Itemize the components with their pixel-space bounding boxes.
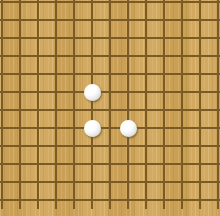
board-point[interactable] xyxy=(65,155,83,173)
board-point[interactable] xyxy=(155,173,173,191)
board-point[interactable] xyxy=(173,173,191,191)
board-point[interactable] xyxy=(83,191,101,209)
board-point[interactable] xyxy=(11,47,29,65)
board-point[interactable] xyxy=(29,119,47,137)
board-point[interactable] xyxy=(83,11,101,29)
board-point[interactable] xyxy=(65,191,83,209)
board-point[interactable] xyxy=(65,11,83,29)
board-point[interactable] xyxy=(0,83,11,101)
board-point[interactable] xyxy=(83,155,101,173)
board-point[interactable] xyxy=(173,101,191,119)
board-point[interactable] xyxy=(209,101,220,119)
board-point[interactable] xyxy=(119,29,137,47)
board-point[interactable] xyxy=(47,0,65,11)
board-point[interactable] xyxy=(173,65,191,83)
board-point[interactable] xyxy=(119,191,137,209)
board-point[interactable] xyxy=(83,0,101,11)
board-point[interactable] xyxy=(101,155,119,173)
board-point[interactable] xyxy=(0,119,11,137)
board-point[interactable] xyxy=(173,83,191,101)
board-point[interactable] xyxy=(11,29,29,47)
board-point[interactable] xyxy=(191,191,209,209)
board-point[interactable] xyxy=(11,65,29,83)
board-point[interactable] xyxy=(173,119,191,137)
board-point[interactable] xyxy=(101,0,119,11)
board-point[interactable] xyxy=(83,119,101,137)
board-point[interactable] xyxy=(191,29,209,47)
board-point[interactable] xyxy=(137,119,155,137)
board-point[interactable] xyxy=(155,29,173,47)
board-point[interactable] xyxy=(29,137,47,155)
board-point[interactable] xyxy=(47,137,65,155)
board-point[interactable] xyxy=(29,0,47,11)
board-point[interactable] xyxy=(47,47,65,65)
board-point[interactable] xyxy=(83,65,101,83)
board-point[interactable] xyxy=(47,191,65,209)
board-point[interactable] xyxy=(137,65,155,83)
board-point[interactable] xyxy=(0,137,11,155)
board-point[interactable] xyxy=(173,0,191,11)
board-point[interactable] xyxy=(137,101,155,119)
board-point[interactable] xyxy=(29,29,47,47)
board-point[interactable] xyxy=(0,47,11,65)
board-point[interactable] xyxy=(155,155,173,173)
board-point[interactable] xyxy=(29,155,47,173)
board-point[interactable] xyxy=(155,83,173,101)
board-point[interactable] xyxy=(47,65,65,83)
board-point[interactable] xyxy=(137,83,155,101)
board-point[interactable] xyxy=(47,11,65,29)
board-point[interactable] xyxy=(137,191,155,209)
white-stone xyxy=(84,120,101,137)
board-point[interactable] xyxy=(11,191,29,209)
go-board xyxy=(0,0,220,216)
board-point[interactable] xyxy=(137,0,155,11)
board-point[interactable] xyxy=(47,155,65,173)
board-point[interactable] xyxy=(29,83,47,101)
board-point[interactable] xyxy=(65,65,83,83)
board-point[interactable] xyxy=(11,83,29,101)
board-point[interactable] xyxy=(29,47,47,65)
board-point[interactable] xyxy=(119,119,137,137)
board-point[interactable] xyxy=(119,47,137,65)
board-point[interactable] xyxy=(65,29,83,47)
board-point[interactable] xyxy=(173,29,191,47)
board-point[interactable] xyxy=(65,137,83,155)
board-point[interactable] xyxy=(119,155,137,173)
board-point[interactable] xyxy=(191,155,209,173)
board-point[interactable] xyxy=(101,119,119,137)
board-point[interactable] xyxy=(155,47,173,65)
board-point[interactable] xyxy=(101,191,119,209)
board-point[interactable] xyxy=(47,83,65,101)
board-point[interactable] xyxy=(173,47,191,65)
board-point[interactable] xyxy=(191,83,209,101)
board-point[interactable] xyxy=(83,101,101,119)
board-point[interactable] xyxy=(0,11,11,29)
board-point[interactable] xyxy=(173,155,191,173)
board-point[interactable] xyxy=(11,155,29,173)
board-point[interactable] xyxy=(65,83,83,101)
board-point[interactable] xyxy=(0,65,11,83)
board-point[interactable] xyxy=(209,83,220,101)
board-point[interactable] xyxy=(209,65,220,83)
board-point[interactable] xyxy=(119,137,137,155)
board-point[interactable] xyxy=(119,0,137,11)
board-point[interactable] xyxy=(47,119,65,137)
board-point[interactable] xyxy=(29,11,47,29)
board-point[interactable] xyxy=(65,173,83,191)
board-point[interactable] xyxy=(101,101,119,119)
board-point[interactable] xyxy=(191,47,209,65)
board-point[interactable] xyxy=(11,173,29,191)
board-point[interactable] xyxy=(191,137,209,155)
board-point[interactable] xyxy=(83,137,101,155)
board-point[interactable] xyxy=(209,29,220,47)
board-point[interactable] xyxy=(83,47,101,65)
board-point[interactable] xyxy=(47,173,65,191)
board-point[interactable] xyxy=(155,11,173,29)
board-point[interactable] xyxy=(137,155,155,173)
board-point[interactable] xyxy=(155,191,173,209)
board-point[interactable] xyxy=(119,83,137,101)
board-point[interactable] xyxy=(209,155,220,173)
board-point[interactable] xyxy=(191,65,209,83)
board-point[interactable] xyxy=(0,0,11,11)
board-point[interactable] xyxy=(65,47,83,65)
white-stone xyxy=(84,84,101,101)
board-point[interactable] xyxy=(47,101,65,119)
board-point[interactable] xyxy=(11,0,29,11)
board-point[interactable] xyxy=(209,119,220,137)
board-point[interactable] xyxy=(83,83,101,101)
board-point[interactable] xyxy=(83,173,101,191)
board-point[interactable] xyxy=(0,155,11,173)
board-point[interactable] xyxy=(191,0,209,11)
board-point[interactable] xyxy=(209,11,220,29)
board-point[interactable] xyxy=(101,11,119,29)
board-point[interactable] xyxy=(29,65,47,83)
board-point[interactable] xyxy=(101,173,119,191)
board-point[interactable] xyxy=(101,83,119,101)
board-point[interactable] xyxy=(0,191,11,209)
board-point[interactable] xyxy=(155,65,173,83)
board-point[interactable] xyxy=(65,101,83,119)
board-point[interactable] xyxy=(137,11,155,29)
board-point[interactable] xyxy=(173,137,191,155)
board-point[interactable] xyxy=(119,65,137,83)
board-point[interactable] xyxy=(173,191,191,209)
board-point[interactable] xyxy=(155,0,173,11)
board-point[interactable] xyxy=(101,65,119,83)
board-point[interactable] xyxy=(209,137,220,155)
board-point[interactable] xyxy=(137,29,155,47)
go-board-grid xyxy=(0,0,220,209)
board-point[interactable] xyxy=(11,11,29,29)
board-point[interactable] xyxy=(65,0,83,11)
board-point[interactable] xyxy=(119,11,137,29)
board-point[interactable] xyxy=(0,29,11,47)
board-point[interactable] xyxy=(11,119,29,137)
board-point[interactable] xyxy=(101,137,119,155)
board-point[interactable] xyxy=(119,173,137,191)
board-point[interactable] xyxy=(83,29,101,47)
board-point[interactable] xyxy=(191,173,209,191)
board-point[interactable] xyxy=(137,173,155,191)
board-point[interactable] xyxy=(137,47,155,65)
board-point[interactable] xyxy=(11,101,29,119)
board-point[interactable] xyxy=(0,101,11,119)
board-point[interactable] xyxy=(29,191,47,209)
board-point[interactable] xyxy=(191,11,209,29)
board-point[interactable] xyxy=(209,0,220,11)
board-point[interactable] xyxy=(155,101,173,119)
board-point[interactable] xyxy=(191,101,209,119)
white-stone xyxy=(120,120,137,137)
board-point[interactable] xyxy=(137,137,155,155)
board-point[interactable] xyxy=(101,29,119,47)
board-point[interactable] xyxy=(11,137,29,155)
board-point[interactable] xyxy=(47,29,65,47)
board-point[interactable] xyxy=(209,191,220,209)
board-point[interactable] xyxy=(191,119,209,137)
board-point[interactable] xyxy=(173,11,191,29)
board-point[interactable] xyxy=(29,101,47,119)
board-point[interactable] xyxy=(119,101,137,119)
board-point[interactable] xyxy=(101,47,119,65)
board-point[interactable] xyxy=(65,119,83,137)
board-point[interactable] xyxy=(209,47,220,65)
board-point[interactable] xyxy=(155,119,173,137)
board-point[interactable] xyxy=(155,137,173,155)
board-point[interactable] xyxy=(29,173,47,191)
board-point[interactable] xyxy=(0,173,11,191)
board-point[interactable] xyxy=(209,173,220,191)
